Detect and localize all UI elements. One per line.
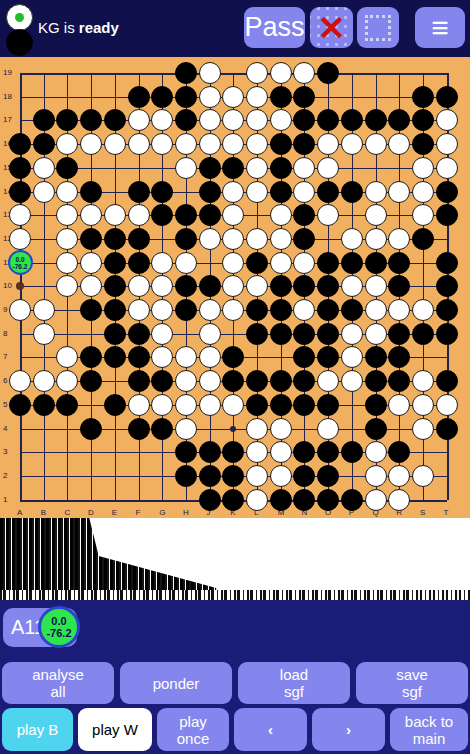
- black-stone-M15: [270, 157, 292, 179]
- black-stone-Q7: [365, 346, 387, 368]
- black-stone-T18: [436, 86, 458, 108]
- white-stone-C10: [56, 275, 78, 297]
- black-stone-O8: [317, 323, 339, 345]
- black-stone-A14: [9, 181, 31, 203]
- black-stone-B16: [33, 133, 55, 155]
- white-stone-G5: [151, 394, 173, 416]
- white-stone-H6: [175, 370, 197, 392]
- black-stone-P17: [341, 109, 363, 131]
- black-stone-D12: [80, 228, 102, 250]
- black-stone-A16: [9, 133, 31, 155]
- load-sgf-button[interactable]: load sgf: [238, 662, 350, 704]
- white-stone-K10: [222, 275, 244, 297]
- white-stone-O16: [317, 133, 339, 155]
- black-stone-M6: [270, 370, 292, 392]
- white-stone-R16: [388, 133, 410, 155]
- white-stone-K16: [222, 133, 244, 155]
- white-stone-S13: [412, 204, 434, 226]
- white-stone-P16: [341, 133, 363, 155]
- row-label: 10: [3, 282, 12, 290]
- column-label: S: [420, 509, 425, 517]
- row-label: 3: [3, 448, 7, 456]
- black-stone-L5: [246, 394, 268, 416]
- black-stone-C5: [56, 394, 78, 416]
- move-dot-marker: [16, 282, 24, 290]
- black-stone-T13: [436, 204, 458, 226]
- white-stone-J8: [199, 323, 221, 345]
- white-stone-K14: [222, 181, 244, 203]
- top-bar: KG is ready Pass ✕ ≡: [0, 0, 470, 57]
- white-stone-J12: [199, 228, 221, 250]
- white-stone-S5: [412, 394, 434, 416]
- column-label: G: [159, 509, 165, 517]
- black-stone-E12: [104, 228, 126, 250]
- white-stone-C13: [56, 204, 78, 226]
- black-stone-G4: [151, 418, 173, 440]
- black-stone-Q5: [365, 394, 387, 416]
- black-stone-P11: [341, 252, 363, 274]
- play-black-button[interactable]: play B: [2, 708, 73, 751]
- black-stone-N1: [293, 489, 315, 511]
- white-stone-C16: [56, 133, 78, 155]
- white-stone-L16: [246, 133, 268, 155]
- black-stone-O2: [317, 465, 339, 487]
- score-value: -76.2: [46, 627, 71, 639]
- badge-score: -76.2: [13, 263, 28, 270]
- black-stone-D14: [80, 181, 102, 203]
- white-stone-Q1: [365, 489, 387, 511]
- black-stone-M16: [270, 133, 292, 155]
- black-stone-R3: [388, 441, 410, 463]
- column-label: C: [64, 509, 70, 517]
- column-label: B: [41, 509, 46, 517]
- white-stone-H7: [175, 346, 197, 368]
- black-stone-J14: [199, 181, 221, 203]
- black-stone-O19: [317, 62, 339, 84]
- black-stone-N13: [293, 204, 315, 226]
- select-region-button[interactable]: [357, 7, 399, 48]
- black-stone-N10: [293, 275, 315, 297]
- black-stone-N17: [293, 109, 315, 131]
- black-stone-F7: [128, 346, 150, 368]
- black-stone-O1: [317, 489, 339, 511]
- white-stone-M17: [270, 109, 292, 131]
- black-stone-N6: [293, 370, 315, 392]
- white-stone-R12: [388, 228, 410, 250]
- white-stone-J18: [199, 86, 221, 108]
- white-stone-F5: [128, 394, 150, 416]
- black-stone-M18: [270, 86, 292, 108]
- black-stone-Q11: [365, 252, 387, 274]
- black-stone-R6: [388, 370, 410, 392]
- white-stone-B9: [33, 299, 55, 321]
- white-stone-Q2: [365, 465, 387, 487]
- white-stone-J9: [199, 299, 221, 321]
- black-stone-J15: [199, 157, 221, 179]
- white-stone-M12: [270, 228, 292, 250]
- save-sgf-button[interactable]: save sgf: [356, 662, 468, 704]
- white-stone-T17: [436, 109, 458, 131]
- white-stone-L2: [246, 465, 268, 487]
- black-stone-D4: [80, 418, 102, 440]
- white-stone-D11: [80, 252, 102, 274]
- white-stone-T16: [436, 133, 458, 155]
- black-stone-P14: [341, 181, 363, 203]
- black-stone-M9: [270, 299, 292, 321]
- black-stone-N18: [293, 86, 315, 108]
- white-stone-G17: [151, 109, 173, 131]
- white-stone-F16: [128, 133, 150, 155]
- black-stone-N12: [293, 228, 315, 250]
- row-label: 9: [3, 306, 7, 314]
- white-stone-Q13: [365, 204, 387, 226]
- black-stone-H19: [175, 62, 197, 84]
- black-stone-F12: [128, 228, 150, 250]
- white-stone-K13: [222, 204, 244, 226]
- black-stone-G13: [151, 204, 173, 226]
- white-stone-T15: [436, 157, 458, 179]
- white-stone-G16: [151, 133, 173, 155]
- black-stone-A15: [9, 157, 31, 179]
- winrate-barcode-strip: [0, 590, 470, 600]
- pass-button[interactable]: Pass: [244, 7, 305, 48]
- white-stone-J19: [199, 62, 221, 84]
- black-stone-N8: [293, 323, 315, 345]
- black-stone-P1: [341, 489, 363, 511]
- black-stone-D17: [80, 109, 102, 131]
- white-stone-A12: [9, 228, 31, 250]
- black-stone-O9: [317, 299, 339, 321]
- white-stone-B8: [33, 323, 55, 345]
- clear-button[interactable]: ✕: [310, 7, 353, 48]
- white-stone-S4: [412, 418, 434, 440]
- black-stone-L8: [246, 323, 268, 345]
- black-stone-R8: [388, 323, 410, 345]
- black-stone-E10: [104, 275, 126, 297]
- black-stone-H18: [175, 86, 197, 108]
- white-stone-Q12: [365, 228, 387, 250]
- black-stone-F11: [128, 252, 150, 274]
- white-stone-G10: [151, 275, 173, 297]
- black-stone-D6: [80, 370, 102, 392]
- black-stone-T14: [436, 181, 458, 203]
- black-stone-icon: [6, 29, 33, 56]
- white-stone-D16: [80, 133, 102, 155]
- white-stone-J16: [199, 133, 221, 155]
- black-stone-R7: [388, 346, 410, 368]
- row-label: 5: [3, 401, 7, 409]
- white-stone-Q8: [365, 323, 387, 345]
- white-stone-C7: [56, 346, 78, 368]
- column-label: A: [17, 509, 22, 517]
- white-stone-G11: [151, 252, 173, 274]
- white-stone-O15: [317, 157, 339, 179]
- white-stone-R2: [388, 465, 410, 487]
- white-stone-C14: [56, 181, 78, 203]
- white-stone-F13: [128, 204, 150, 226]
- white-stone-L10: [246, 275, 268, 297]
- white-stone-L17: [246, 109, 268, 131]
- white-stone-N14: [293, 181, 315, 203]
- white-stone-N9: [293, 299, 315, 321]
- row-label: 8: [3, 330, 7, 338]
- selected-move-eval-badge: 0.0 -76.2: [38, 606, 80, 648]
- black-stone-N2: [293, 465, 315, 487]
- black-stone-Q4: [365, 418, 387, 440]
- white-stone-S15: [412, 157, 434, 179]
- black-stone-N16: [293, 133, 315, 155]
- white-stone-R5: [388, 394, 410, 416]
- black-stone-M10: [270, 275, 292, 297]
- black-stone-G14: [151, 181, 173, 203]
- column-label: T: [444, 509, 449, 517]
- black-stone-F18: [128, 86, 150, 108]
- white-stone-H15: [175, 157, 197, 179]
- black-stone-O7: [317, 346, 339, 368]
- white-stone-N15: [293, 157, 315, 179]
- black-stone-F6: [128, 370, 150, 392]
- white-stone-O13: [317, 204, 339, 226]
- white-stone-S6: [412, 370, 434, 392]
- row-label: 4: [3, 425, 7, 433]
- black-stone-K2: [222, 465, 244, 487]
- row-label: 17: [3, 116, 12, 124]
- black-stone-B17: [33, 109, 55, 131]
- black-stone-O14: [317, 181, 339, 203]
- white-stone-S2: [412, 465, 434, 487]
- white-stone-P6: [341, 370, 363, 392]
- hamburger-menu-icon: ≡: [431, 11, 449, 45]
- play-once-button[interactable]: play once: [157, 708, 229, 751]
- white-stone-B6: [33, 370, 55, 392]
- black-stone-S16: [412, 133, 434, 155]
- black-stone-H3: [175, 441, 197, 463]
- white-stone-J6: [199, 370, 221, 392]
- white-stone-F9: [128, 299, 150, 321]
- white-stone-L19: [246, 62, 268, 84]
- white-stone-P7: [341, 346, 363, 368]
- black-stone-T10: [436, 275, 458, 297]
- black-stone-S12: [412, 228, 434, 250]
- white-stone-R9: [388, 299, 410, 321]
- black-stone-T11: [436, 252, 458, 274]
- white-stone-K12: [222, 228, 244, 250]
- column-label: E: [112, 509, 117, 517]
- black-stone-J2: [199, 465, 221, 487]
- white-stone-N11: [293, 252, 315, 274]
- black-stone-S18: [412, 86, 434, 108]
- winrate-graph[interactable]: [0, 518, 470, 600]
- black-stone-R11: [388, 252, 410, 274]
- status-ready: ready: [79, 19, 119, 36]
- black-stone-N5: [293, 394, 315, 416]
- prev-move-button[interactable]: ‹: [234, 708, 307, 751]
- menu-button[interactable]: ≡: [415, 7, 465, 48]
- play-white-button[interactable]: play W: [78, 708, 152, 751]
- white-stone-Q9: [365, 299, 387, 321]
- black-stone-E9: [104, 299, 126, 321]
- suggested-move-badge[interactable]: 0.0-76.2: [8, 250, 33, 275]
- white-stone-H5: [175, 394, 197, 416]
- black-stone-J1: [199, 489, 221, 511]
- white-stone-M19: [270, 62, 292, 84]
- black-stone-N7: [293, 346, 315, 368]
- black-stone-H2: [175, 465, 197, 487]
- white-stone-K18: [222, 86, 244, 108]
- white-stone-N19: [293, 62, 315, 84]
- black-stone-E17: [104, 109, 126, 131]
- black-stone-E8: [104, 323, 126, 345]
- dotted-square-icon: [365, 15, 391, 41]
- black-stone-O10: [317, 275, 339, 297]
- white-stone-C6: [56, 370, 78, 392]
- white-stone-B15: [33, 157, 55, 179]
- black-stone-S8: [412, 323, 434, 345]
- black-stone-J3: [199, 441, 221, 463]
- star-point: [230, 426, 236, 432]
- white-stone-T5: [436, 394, 458, 416]
- black-stone-O11: [317, 252, 339, 274]
- row-label: 2: [3, 472, 7, 480]
- white-stone-L12: [246, 228, 268, 250]
- back-to-main-button[interactable]: back to main: [390, 708, 468, 751]
- go-board[interactable]: 19181716151413121110987654321ABCDEFGHJKL…: [0, 57, 470, 518]
- winrate-area-black: [0, 518, 470, 591]
- white-stone-J5: [199, 394, 221, 416]
- white-stone-F10: [128, 275, 150, 297]
- white-stone-C11: [56, 252, 78, 274]
- white-stone-S14: [412, 181, 434, 203]
- white-stone-L18: [246, 86, 268, 108]
- white-stone-L3: [246, 441, 268, 463]
- black-stone-M5: [270, 394, 292, 416]
- white-stone-M2: [270, 465, 292, 487]
- black-stone-H17: [175, 109, 197, 131]
- black-stone-S17: [412, 109, 434, 131]
- white-stone-M4: [270, 418, 292, 440]
- black-stone-H9: [175, 299, 197, 321]
- black-stone-B5: [33, 394, 55, 416]
- black-stone-T9: [436, 299, 458, 321]
- white-stone-D10: [80, 275, 102, 297]
- status-prefix: KG is: [38, 19, 79, 36]
- row-label: 7: [3, 353, 7, 361]
- white-stone-M13: [270, 204, 292, 226]
- black-stone-P9: [341, 299, 363, 321]
- black-stone-H10: [175, 275, 197, 297]
- black-stone-P3: [341, 441, 363, 463]
- white-stone-A13: [9, 204, 31, 226]
- white-stone-E13: [104, 204, 126, 226]
- black-stone-E11: [104, 252, 126, 274]
- column-label: H: [183, 509, 189, 517]
- black-stone-O5: [317, 394, 339, 416]
- black-stone-C17: [56, 109, 78, 131]
- black-stone-R17: [388, 109, 410, 131]
- white-stone-D13: [80, 204, 102, 226]
- black-stone-K3: [222, 441, 244, 463]
- black-stone-J13: [199, 204, 221, 226]
- black-stone-G6: [151, 370, 173, 392]
- black-stone-G18: [151, 86, 173, 108]
- black-stone-M14: [270, 181, 292, 203]
- engine-on-dot-icon: [15, 13, 24, 22]
- black-stone-T8: [436, 323, 458, 345]
- black-stone-A5: [9, 394, 31, 416]
- black-stone-O3: [317, 441, 339, 463]
- white-stone-L4: [246, 418, 268, 440]
- black-stone-F4: [128, 418, 150, 440]
- white-stone-B14: [33, 181, 55, 203]
- white-stone-R14: [388, 181, 410, 203]
- black-stone-O17: [317, 109, 339, 131]
- black-stone-D7: [80, 346, 102, 368]
- white-stone-C12: [56, 228, 78, 250]
- white-stone-A9: [9, 299, 31, 321]
- black-stone-Q17: [365, 109, 387, 131]
- ponder-button[interactable]: ponder: [120, 662, 232, 704]
- black-stone-K7: [222, 346, 244, 368]
- black-stone-C15: [56, 157, 78, 179]
- close-icon: ✕: [317, 11, 346, 45]
- black-stone-T6: [436, 370, 458, 392]
- column-label: D: [88, 509, 94, 517]
- white-stone-icon: [6, 4, 33, 31]
- white-stone-L15: [246, 157, 268, 179]
- white-stone-M3: [270, 441, 292, 463]
- column-label: F: [136, 509, 141, 517]
- black-stone-L6: [246, 370, 268, 392]
- white-stone-S9: [412, 299, 434, 321]
- white-stone-Q16: [365, 133, 387, 155]
- next-move-button[interactable]: ›: [312, 708, 385, 751]
- white-stone-P8: [341, 323, 363, 345]
- black-stone-E7: [104, 346, 126, 368]
- white-stone-G7: [151, 346, 173, 368]
- button-row-2: play B play W play once ‹ › back to main: [0, 708, 470, 751]
- app-window: KG is ready Pass ✕ ≡ 1918171615141312111…: [0, 0, 470, 754]
- black-stone-R10: [388, 275, 410, 297]
- black-stone-K15: [222, 157, 244, 179]
- analyse-all-button[interactable]: analyse all: [2, 662, 114, 704]
- black-stone-J10: [199, 275, 221, 297]
- white-stone-K11: [222, 252, 244, 274]
- white-stone-M11: [270, 252, 292, 274]
- white-stone-E16: [104, 133, 126, 155]
- white-stone-J7: [199, 346, 221, 368]
- black-stone-L11: [246, 252, 268, 274]
- row-label: 1: [3, 496, 7, 504]
- white-stone-O4: [317, 418, 339, 440]
- badge-winrate: 0.0: [15, 256, 24, 263]
- white-stone-Q14: [365, 181, 387, 203]
- white-stone-R1: [388, 489, 410, 511]
- white-stone-Q3: [365, 441, 387, 463]
- black-stone-K1: [222, 489, 244, 511]
- white-stone-L14: [246, 181, 268, 203]
- white-stone-A6: [9, 370, 31, 392]
- white-stone-K17: [222, 109, 244, 131]
- black-stone-D9: [80, 299, 102, 321]
- white-stone-H4: [175, 418, 197, 440]
- white-stone-G9: [151, 299, 173, 321]
- black-stone-M8: [270, 323, 292, 345]
- white-stone-O6: [317, 370, 339, 392]
- black-stone-F8: [128, 323, 150, 345]
- black-stone-F14: [128, 181, 150, 203]
- white-stone-Q10: [365, 275, 387, 297]
- black-stone-L9: [246, 299, 268, 321]
